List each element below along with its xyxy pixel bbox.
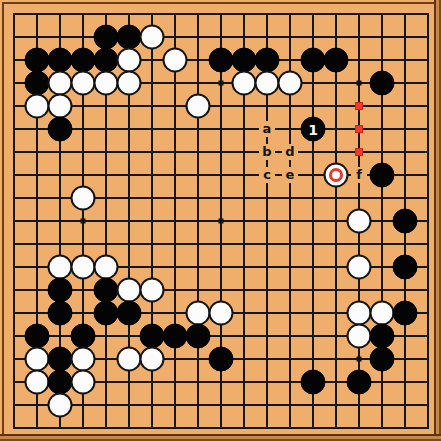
white-stone xyxy=(163,48,188,73)
black-stone xyxy=(48,117,73,142)
board-frame-bottom xyxy=(0,434,441,441)
letter-label-c[interactable]: c xyxy=(259,167,275,183)
letter-label-a[interactable]: a xyxy=(259,121,275,137)
black-stone xyxy=(94,48,119,73)
letter-label-e[interactable]: e xyxy=(282,167,298,183)
letter-label-b[interactable]: b xyxy=(259,144,275,160)
black-stone xyxy=(94,278,119,303)
black-stone xyxy=(48,301,73,326)
letter-label-f[interactable]: f xyxy=(351,167,367,183)
black-stone xyxy=(94,301,119,326)
white-stone xyxy=(71,71,96,96)
white-stone xyxy=(48,94,73,119)
black-stone xyxy=(117,25,142,50)
white-stone xyxy=(117,71,142,96)
black-stone xyxy=(347,370,372,395)
star-point xyxy=(81,219,86,224)
white-stone xyxy=(209,301,234,326)
star-point xyxy=(357,357,362,362)
black-stone xyxy=(232,48,257,73)
white-stone xyxy=(25,370,50,395)
black-stone xyxy=(71,48,96,73)
black-stone xyxy=(393,255,418,280)
black-stone xyxy=(140,324,165,349)
black-stone xyxy=(163,324,188,349)
black-stone xyxy=(301,370,326,395)
white-stone xyxy=(25,94,50,119)
black-stone xyxy=(393,209,418,234)
black-stone xyxy=(25,48,50,73)
white-stone xyxy=(347,301,372,326)
star-point xyxy=(219,219,224,224)
letter-label-d[interactable]: d xyxy=(282,144,298,160)
black-stone xyxy=(48,278,73,303)
star-point xyxy=(357,81,362,86)
go-board[interactable]: 1abdcef xyxy=(0,0,441,441)
black-stone xyxy=(370,71,395,96)
black-stone xyxy=(25,324,50,349)
red-square-marker xyxy=(355,148,363,156)
grid-line-horizontal xyxy=(13,404,429,406)
white-stone xyxy=(117,278,142,303)
black-stone xyxy=(393,301,418,326)
white-stone xyxy=(117,48,142,73)
black-stone xyxy=(324,48,349,73)
black-stone xyxy=(370,163,395,188)
white-stone xyxy=(186,94,211,119)
white-stone xyxy=(71,255,96,280)
white-stone xyxy=(71,370,96,395)
white-stone xyxy=(347,255,372,280)
white-stone xyxy=(347,209,372,234)
white-stone xyxy=(255,71,280,96)
white-stone xyxy=(140,278,165,303)
black-stone xyxy=(209,48,234,73)
red-square-marker xyxy=(355,102,363,110)
white-stone xyxy=(48,71,73,96)
white-stone xyxy=(48,393,73,418)
black-stone xyxy=(370,324,395,349)
grid-line-vertical xyxy=(427,13,429,429)
black-stone xyxy=(117,301,142,326)
black-stone xyxy=(25,71,50,96)
white-stone xyxy=(370,301,395,326)
red-square-marker xyxy=(355,125,363,133)
black-stone xyxy=(255,48,280,73)
white-stone xyxy=(140,25,165,50)
white-stone xyxy=(25,347,50,372)
black-stone xyxy=(48,48,73,73)
grid-line-horizontal xyxy=(13,427,429,429)
black-stone xyxy=(186,324,211,349)
black-stone xyxy=(301,117,326,142)
black-stone xyxy=(48,347,73,372)
black-stone xyxy=(94,25,119,50)
grid-line-horizontal xyxy=(13,289,429,291)
white-stone xyxy=(140,347,165,372)
white-stone xyxy=(71,347,96,372)
white-stone xyxy=(347,324,372,349)
white-stone xyxy=(186,301,211,326)
grid-line-vertical xyxy=(335,13,337,429)
white-stone xyxy=(278,71,303,96)
black-stone xyxy=(209,347,234,372)
white-stone xyxy=(48,255,73,280)
star-point xyxy=(219,81,224,86)
black-stone xyxy=(370,347,395,372)
white-stone xyxy=(94,71,119,96)
white-stone xyxy=(324,163,349,188)
white-stone xyxy=(71,186,96,211)
white-stone xyxy=(117,347,142,372)
white-stone xyxy=(232,71,257,96)
black-stone xyxy=(48,370,73,395)
grid-line-vertical xyxy=(312,13,314,429)
white-stone xyxy=(94,255,119,280)
black-stone xyxy=(301,48,326,73)
grid-line-horizontal xyxy=(13,243,429,245)
board-frame-right xyxy=(434,0,441,441)
black-stone xyxy=(71,324,96,349)
